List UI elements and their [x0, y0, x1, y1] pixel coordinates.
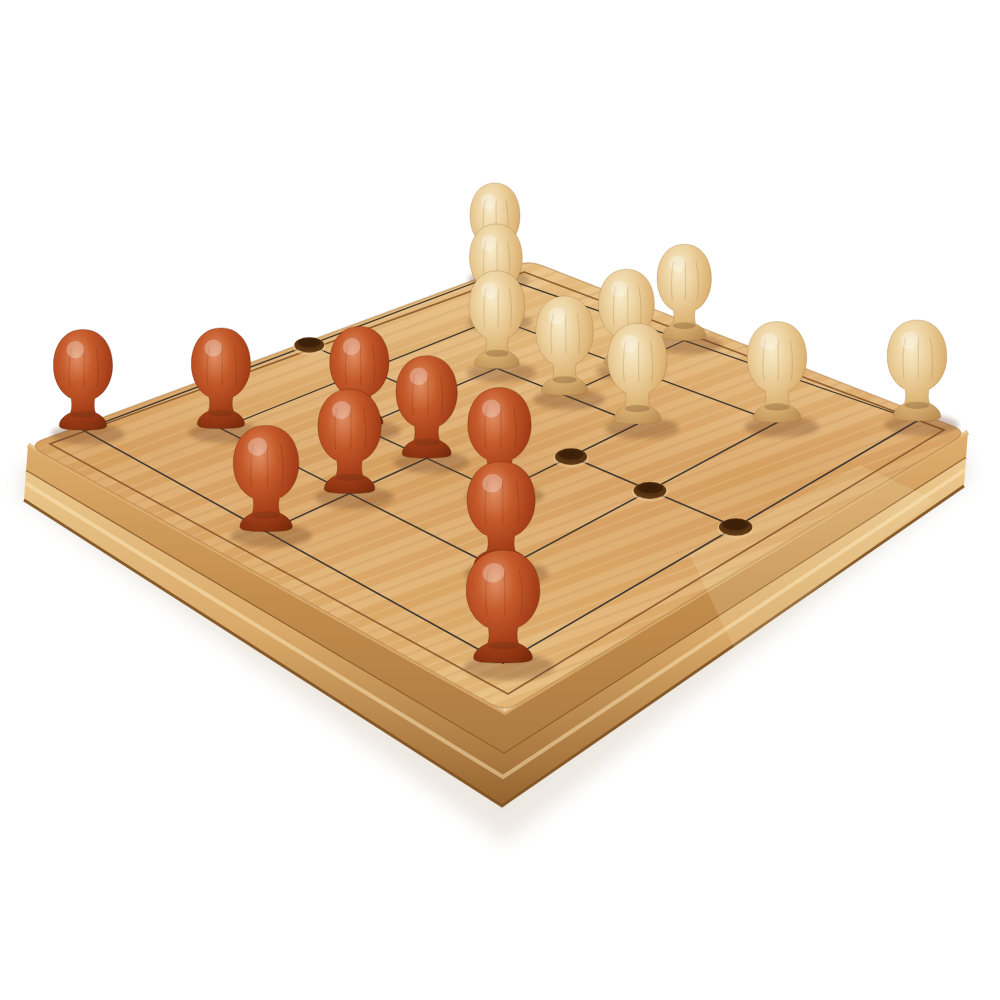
morris-board [0, 0, 1000, 1000]
peg-dark-a1[interactable] [51, 330, 124, 445]
product-photo [0, 0, 1000, 1000]
peg-light-d7[interactable] [655, 244, 722, 354]
peg-light-g7[interactable] [885, 320, 959, 436]
